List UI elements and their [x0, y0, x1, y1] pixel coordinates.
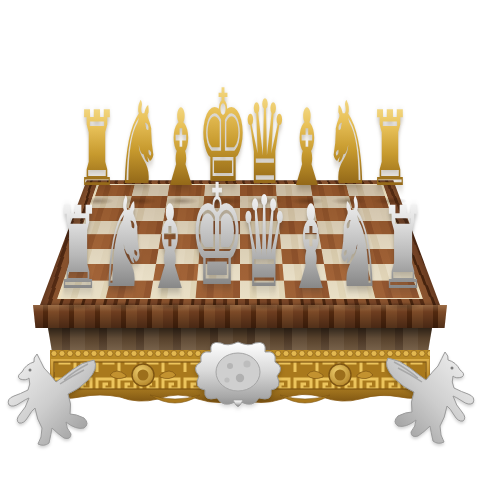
- piece-silver-king-d1[interactable]: ♚: [189, 166, 244, 306]
- piece-silver-bishop-c1[interactable]: ♝: [147, 190, 193, 306]
- pegasus-figurine-left: [4, 350, 108, 448]
- piece-silver-knight-b1[interactable]: ♞: [100, 182, 149, 306]
- piece-silver-knight-g1[interactable]: ♞: [333, 182, 382, 306]
- pegasus-figurine-right: [374, 348, 478, 446]
- silver-crest: [193, 340, 283, 412]
- piece-silver-bishop-f1[interactable]: ♝: [288, 190, 334, 306]
- piece-silver-rook-a1[interactable]: ♜: [56, 192, 101, 306]
- piece-silver-rook-h1[interactable]: ♜: [381, 192, 426, 306]
- chess-set-photo: ♜♞♝♚♛♝♞♜♜♞♝♚♛♝♞♜: [0, 0, 480, 480]
- piece-silver-queen-e1[interactable]: ♛: [239, 180, 289, 306]
